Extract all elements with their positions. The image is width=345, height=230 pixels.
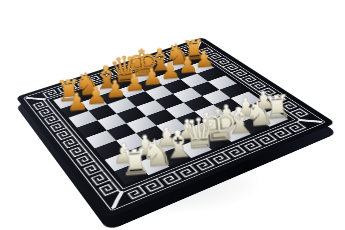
- scene: ♜♞♝♛♚♝♞♜♟♟♟♟♟♟♟♟♟♟♟♟♟♟♟♟♜♞♝♛♚♝♞♜: [0, 0, 345, 230]
- piece-gold-pawn-c7[interactable]: ♟: [104, 77, 127, 101]
- chess-board: ♜♞♝♛♚♝♞♜♟♟♟♟♟♟♟♟♟♟♟♟♟♟♟♟♜♞♝♛♚♝♞♜: [15, 37, 335, 218]
- piece-gold-pawn-b7[interactable]: ♟: [85, 84, 108, 108]
- piece-gold-pawn-a7[interactable]: ♟: [65, 90, 88, 114]
- piece-silver-rook-a1[interactable]: ♜: [117, 144, 151, 180]
- product-photo-stage: ♜♞♝♛♚♝♞♜♟♟♟♟♟♟♟♟♟♟♟♟♟♟♟♟♜♞♝♛♚♝♞♜: [0, 0, 345, 230]
